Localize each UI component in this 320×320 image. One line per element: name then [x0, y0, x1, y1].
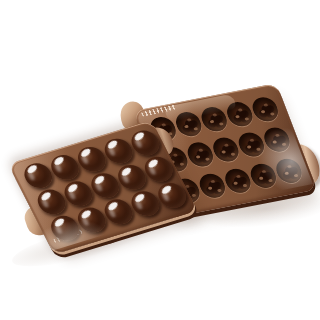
chocolate-cavity: [184, 141, 217, 169]
chocolate-cavity: [198, 105, 231, 133]
product-photo-stage: [0, 0, 320, 320]
chocolate-cavity: [210, 136, 243, 164]
chocolate-cavity: [196, 172, 229, 200]
dome-grid: [19, 128, 186, 245]
chocolate-cavity: [261, 126, 294, 154]
chocolate-cavity: [222, 167, 255, 195]
chocolate-cavity: [235, 131, 268, 159]
chocolate-cavity: [223, 100, 256, 128]
chocolate-cavity: [247, 162, 280, 190]
chocolate-cavity: [273, 157, 306, 185]
chocolate-cavity: [249, 95, 282, 123]
chocolate-cavity: [172, 110, 205, 138]
